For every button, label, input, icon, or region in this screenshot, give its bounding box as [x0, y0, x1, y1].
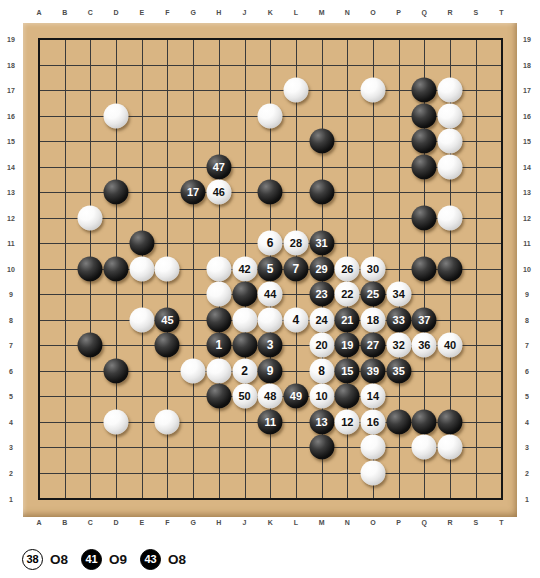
coord-label-bottom: C	[88, 519, 93, 526]
stone-number: 20	[309, 333, 334, 358]
stone-Q8[interactable]: 37	[412, 307, 437, 332]
stone-F4[interactable]	[155, 409, 180, 434]
stone-O5[interactable]: 14	[360, 384, 385, 409]
stone-D4[interactable]	[104, 409, 129, 434]
stone-H7[interactable]: 1	[206, 333, 231, 358]
stone-number: 18	[360, 307, 385, 332]
stone-P6[interactable]: 35	[386, 358, 411, 383]
coord-label-bottom: L	[294, 519, 298, 526]
coord-label-bottom: P	[396, 519, 401, 526]
stone-R17[interactable]	[438, 78, 463, 103]
coord-label-bottom: F	[165, 519, 169, 526]
stone-number: 15	[335, 358, 360, 383]
stone-number: 47	[206, 154, 231, 179]
coord-label-left: 4	[9, 418, 13, 425]
coord-label-left: 16	[7, 112, 15, 119]
stone-R15[interactable]	[438, 129, 463, 154]
stone-R16[interactable]	[438, 103, 463, 128]
coord-label-left: 6	[9, 367, 13, 374]
stone-M15[interactable]	[309, 129, 334, 154]
stone-H13[interactable]: 46	[206, 180, 231, 205]
stone-Q14[interactable]	[412, 154, 437, 179]
coord-label-bottom: H	[216, 519, 221, 526]
stone-F10[interactable]	[155, 256, 180, 281]
coord-label-right: 15	[523, 138, 531, 145]
coord-label-top: K	[268, 9, 273, 16]
coord-label-bottom: A	[36, 519, 41, 526]
stone-M9[interactable]: 23	[309, 282, 334, 307]
coord-label-left: 8	[9, 316, 13, 323]
stone-N4[interactable]: 12	[335, 409, 360, 434]
stone-L8[interactable]: 4	[283, 307, 308, 332]
coord-label-bottom: T	[499, 519, 503, 526]
stone-Q15[interactable]	[412, 129, 437, 154]
stone-D16[interactable]	[104, 103, 129, 128]
coord-label-right: 7	[525, 342, 529, 349]
stone-number: 40	[438, 333, 463, 358]
stone-number: 26	[335, 256, 360, 281]
stone-number: 10	[309, 384, 334, 409]
coord-label-right: 16	[523, 112, 531, 119]
stone-number: 50	[232, 384, 257, 409]
coord-label-bottom: J	[243, 519, 247, 526]
stone-number: 14	[360, 384, 385, 409]
stone-R12[interactable]	[438, 205, 463, 230]
coord-label-top: S	[473, 9, 478, 16]
stone-number: 49	[283, 384, 308, 409]
stone-M4[interactable]: 13	[309, 409, 334, 434]
stone-number: 32	[386, 333, 411, 358]
stone-J10[interactable]: 42	[232, 256, 257, 281]
stone-L5[interactable]: 49	[283, 384, 308, 409]
stone-number: 13	[309, 409, 334, 434]
stone-M5[interactable]: 10	[309, 384, 334, 409]
stone-number: 16	[360, 409, 385, 434]
coord-label-right: 3	[525, 444, 529, 451]
coord-label-bottom: N	[345, 519, 350, 526]
stone-M3[interactable]	[309, 435, 334, 460]
coord-label-right: 1	[525, 495, 529, 502]
stone-number: 37	[412, 307, 437, 332]
coord-label-left: 5	[9, 393, 13, 400]
coord-label-top: H	[216, 9, 221, 16]
stone-K6[interactable]: 9	[258, 358, 283, 383]
coord-label-top: G	[190, 9, 195, 16]
stone-K4[interactable]: 11	[258, 409, 283, 434]
coord-label-right: 11	[523, 240, 530, 247]
stone-number: 7	[283, 256, 308, 281]
stone-number: 3	[258, 333, 283, 358]
coord-label-bottom: Q	[422, 519, 427, 526]
coord-label-left: 12	[7, 214, 15, 221]
stone-L17[interactable]	[283, 78, 308, 103]
stone-Q7[interactable]: 36	[412, 333, 437, 358]
stone-P4[interactable]	[386, 409, 411, 434]
coord-label-right: 12	[523, 214, 531, 221]
caption-point: O8	[50, 552, 68, 567]
caption-point: O8	[168, 552, 186, 567]
stone-Q10[interactable]	[412, 256, 437, 281]
coord-label-bottom: O	[370, 519, 375, 526]
coord-label-top: F	[165, 9, 169, 16]
coord-label-left: 19	[7, 36, 15, 43]
stone-number: 17	[181, 180, 206, 205]
stone-K16[interactable]	[258, 103, 283, 128]
stone-number: 19	[335, 333, 360, 358]
coord-label-top: N	[345, 9, 350, 16]
stone-N10[interactable]: 26	[335, 256, 360, 281]
coord-label-left: 18	[7, 61, 15, 68]
coord-label-top: R	[448, 9, 453, 16]
coord-label-top: T	[499, 9, 503, 16]
stone-Q12[interactable]	[412, 205, 437, 230]
stone-N7[interactable]: 19	[335, 333, 360, 358]
coord-label-right: 9	[525, 291, 529, 298]
stone-L11[interactable]: 28	[283, 231, 308, 256]
coord-label-left: 10	[7, 265, 15, 272]
stone-O10[interactable]: 30	[360, 256, 385, 281]
stone-number: 6	[258, 231, 283, 256]
stone-K10[interactable]: 5	[258, 256, 283, 281]
coord-label-bottom: R	[448, 519, 453, 526]
stone-K5[interactable]: 48	[258, 384, 283, 409]
stone-number: 2	[232, 358, 257, 383]
stone-F8[interactable]: 45	[155, 307, 180, 332]
stone-number: 42	[232, 256, 257, 281]
stone-K13[interactable]	[258, 180, 283, 205]
coord-label-bottom: S	[473, 519, 478, 526]
coord-label-right: 6	[525, 367, 529, 374]
stone-J6[interactable]: 2	[232, 358, 257, 383]
stone-number: 29	[309, 256, 334, 281]
stone-Q17[interactable]	[412, 78, 437, 103]
stone-P8[interactable]: 33	[386, 307, 411, 332]
stone-number: 8	[309, 358, 334, 383]
stone-number: 33	[386, 307, 411, 332]
coord-label-top: M	[319, 9, 325, 16]
stone-number: 34	[386, 282, 411, 307]
stone-E10[interactable]	[129, 256, 154, 281]
stone-number: 4	[283, 307, 308, 332]
caption-black-stone-icon: 41	[81, 549, 102, 570]
stone-O8[interactable]: 18	[360, 307, 385, 332]
stone-J7[interactable]	[232, 333, 257, 358]
stone-H6[interactable]	[206, 358, 231, 383]
coord-label-left: 2	[9, 470, 13, 477]
coord-label-left: 1	[9, 495, 13, 502]
stone-R14[interactable]	[438, 154, 463, 179]
coord-label-bottom: D	[114, 519, 119, 526]
stone-E11[interactable]	[129, 231, 154, 256]
stone-K9[interactable]: 44	[258, 282, 283, 307]
stone-M8[interactable]: 24	[309, 307, 334, 332]
caption-white-stone-icon: 38	[22, 549, 43, 570]
stone-number: 48	[258, 384, 283, 409]
stone-Q4[interactable]	[412, 409, 437, 434]
coord-label-left: 3	[9, 444, 13, 451]
coord-label-top: A	[36, 9, 41, 16]
stone-G13[interactable]: 17	[181, 180, 206, 205]
stone-number: 25	[360, 282, 385, 307]
stone-number: 45	[155, 307, 180, 332]
coord-label-right: 5	[525, 393, 529, 400]
stone-number: 24	[309, 307, 334, 332]
stone-D6[interactable]	[104, 358, 129, 383]
coord-label-left: 15	[7, 138, 15, 145]
coord-label-top: D	[114, 9, 119, 16]
stone-number: 12	[335, 409, 360, 434]
coord-label-top: P	[396, 9, 401, 16]
stone-M11[interactable]: 31	[309, 231, 334, 256]
stone-number: 46	[206, 180, 231, 205]
stone-number: 27	[360, 333, 385, 358]
coord-label-right: 17	[523, 87, 531, 94]
stone-K7[interactable]: 3	[258, 333, 283, 358]
stone-N5[interactable]	[335, 384, 360, 409]
coord-label-bottom: B	[62, 519, 67, 526]
coord-label-right: 2	[525, 470, 529, 477]
coord-label-top: J	[243, 9, 247, 16]
stone-M6[interactable]: 8	[309, 358, 334, 383]
caption-point: O9	[109, 552, 127, 567]
stone-K11[interactable]: 6	[258, 231, 283, 256]
stone-number: 23	[309, 282, 334, 307]
coord-label-right: 13	[523, 189, 531, 196]
stone-number: 36	[412, 333, 437, 358]
stone-J8[interactable]	[232, 307, 257, 332]
stone-number: 31	[309, 231, 334, 256]
coord-label-top: E	[139, 9, 144, 16]
stone-C7[interactable]	[78, 333, 103, 358]
coord-label-left: 11	[7, 240, 14, 247]
coord-label-right: 4	[525, 418, 529, 425]
stone-number: 1	[206, 333, 231, 358]
stone-O3[interactable]	[360, 435, 385, 460]
stone-number: 22	[335, 282, 360, 307]
caption-item-move-38: 38O8	[22, 549, 68, 570]
go-diagram: AABBCCDDEEFFGGHHJJKKLLMMNNOOPPQQRRSSTT19…	[0, 0, 540, 578]
stone-E8[interactable]	[129, 307, 154, 332]
coord-label-bottom: E	[139, 519, 144, 526]
stone-R4[interactable]	[438, 409, 463, 434]
coord-label-left: 17	[7, 87, 15, 94]
coord-label-left: 14	[7, 163, 15, 170]
stone-H5[interactable]	[206, 384, 231, 409]
stone-number: 28	[283, 231, 308, 256]
stone-number: 44	[258, 282, 283, 307]
stone-number: 21	[335, 307, 360, 332]
coord-label-top: Q	[422, 9, 427, 16]
stone-D10[interactable]	[104, 256, 129, 281]
stone-G6[interactable]	[181, 358, 206, 383]
stone-number: 39	[360, 358, 385, 383]
stone-Q16[interactable]	[412, 103, 437, 128]
stone-number: 11	[258, 409, 283, 434]
stone-C10[interactable]	[78, 256, 103, 281]
stone-R7[interactable]: 40	[438, 333, 463, 358]
stone-J5[interactable]: 50	[232, 384, 257, 409]
stone-K8[interactable]	[258, 307, 283, 332]
coord-label-bottom: K	[268, 519, 273, 526]
stone-H10[interactable]	[206, 256, 231, 281]
coord-label-left: 9	[9, 291, 13, 298]
stone-P7[interactable]: 32	[386, 333, 411, 358]
stone-F7[interactable]	[155, 333, 180, 358]
caption-black-stone-icon: 43	[140, 549, 161, 570]
coord-label-top: L	[294, 9, 298, 16]
stone-number: 5	[258, 256, 283, 281]
stone-O9[interactable]: 25	[360, 282, 385, 307]
stone-M7[interactable]: 20	[309, 333, 334, 358]
coord-label-right: 18	[523, 61, 531, 68]
stone-O7[interactable]: 27	[360, 333, 385, 358]
caption-item-move-41: 41O9	[81, 549, 127, 570]
stone-O6[interactable]: 39	[360, 358, 385, 383]
coord-label-bottom: M	[319, 519, 325, 526]
coord-label-right: 19	[523, 36, 531, 43]
stone-N6[interactable]: 15	[335, 358, 360, 383]
stone-M13[interactable]	[309, 180, 334, 205]
stone-R10[interactable]	[438, 256, 463, 281]
coord-label-top: B	[62, 9, 67, 16]
stone-N8[interactable]: 21	[335, 307, 360, 332]
stone-number: 30	[360, 256, 385, 281]
stone-C12[interactable]	[78, 205, 103, 230]
coord-label-left: 7	[9, 342, 13, 349]
coord-label-top: C	[88, 9, 93, 16]
coord-label-bottom: G	[190, 519, 195, 526]
caption-item-move-43: 43O8	[140, 549, 186, 570]
coord-label-top: O	[370, 9, 375, 16]
stone-number: 35	[386, 358, 411, 383]
coord-label-right: 14	[523, 163, 531, 170]
stone-L10[interactable]: 7	[283, 256, 308, 281]
stone-M10[interactable]: 29	[309, 256, 334, 281]
stone-N9[interactable]: 22	[335, 282, 360, 307]
stone-number: 9	[258, 358, 283, 383]
coord-label-right: 10	[523, 265, 531, 272]
stone-O17[interactable]	[360, 78, 385, 103]
stone-D13[interactable]	[104, 180, 129, 205]
stone-H9[interactable]	[206, 282, 231, 307]
stone-Q3[interactable]	[412, 435, 437, 460]
coord-label-left: 13	[7, 189, 15, 196]
stone-P9[interactable]: 34	[386, 282, 411, 307]
coord-label-right: 8	[525, 316, 529, 323]
stone-H8[interactable]	[206, 307, 231, 332]
stone-O4[interactable]: 16	[360, 409, 385, 434]
stone-R3[interactable]	[438, 435, 463, 460]
stone-H14[interactable]: 47	[206, 154, 231, 179]
move-note-caption: 38O841O943O8	[22, 547, 186, 571]
stone-O2[interactable]	[360, 461, 385, 486]
stone-J9[interactable]	[232, 282, 257, 307]
